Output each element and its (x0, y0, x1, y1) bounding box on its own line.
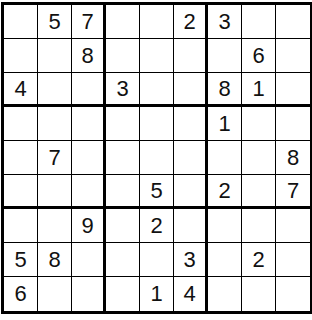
cell-r6c7[interactable]: 2 (208, 175, 242, 209)
cell-r6c4[interactable] (106, 175, 140, 209)
cell-r1c4[interactable] (106, 5, 140, 39)
cell-r7c4[interactable] (106, 209, 140, 243)
cell-r6c3[interactable] (72, 175, 106, 209)
cell-r1c1[interactable] (4, 5, 38, 39)
cell-r9c6[interactable]: 4 (174, 277, 208, 311)
cell-r1c3[interactable]: 7 (72, 5, 106, 39)
cell-r3c2[interactable] (38, 73, 72, 107)
cell-r2c7[interactable] (208, 39, 242, 73)
cell-r1c2[interactable]: 5 (38, 5, 72, 39)
cell-r4c8[interactable] (242, 107, 276, 141)
cell-r5c2[interactable]: 7 (38, 141, 72, 175)
cell-r7c9[interactable] (276, 209, 310, 243)
cell-r7c3[interactable]: 9 (72, 209, 106, 243)
cell-r2c5[interactable] (140, 39, 174, 73)
cell-r1c6[interactable]: 2 (174, 5, 208, 39)
cell-r5c1[interactable] (4, 141, 38, 175)
cell-r7c2[interactable] (38, 209, 72, 243)
cell-r5c3[interactable] (72, 141, 106, 175)
cell-r8c1[interactable]: 5 (4, 243, 38, 277)
cell-r3c4[interactable]: 3 (106, 73, 140, 107)
cell-r7c6[interactable] (174, 209, 208, 243)
cell-r6c9[interactable]: 7 (276, 175, 310, 209)
cell-r7c8[interactable] (242, 209, 276, 243)
cell-r2c9[interactable] (276, 39, 310, 73)
cell-r3c8[interactable]: 1 (242, 73, 276, 107)
cell-r4c7[interactable]: 1 (208, 107, 242, 141)
cell-r9c9[interactable] (276, 277, 310, 311)
cell-r8c9[interactable] (276, 243, 310, 277)
cell-r8c4[interactable] (106, 243, 140, 277)
sudoku-board: 5723864381178527925832614 (1, 2, 312, 314)
cell-r8c3[interactable] (72, 243, 106, 277)
cell-r2c1[interactable] (4, 39, 38, 73)
cell-r5c7[interactable] (208, 141, 242, 175)
cell-r9c1[interactable]: 6 (4, 277, 38, 311)
cell-r9c3[interactable] (72, 277, 106, 311)
cell-r2c8[interactable]: 6 (242, 39, 276, 73)
cell-r9c2[interactable] (38, 277, 72, 311)
cell-r6c6[interactable] (174, 175, 208, 209)
cell-r9c8[interactable] (242, 277, 276, 311)
cell-r7c7[interactable] (208, 209, 242, 243)
cell-r4c1[interactable] (4, 107, 38, 141)
cell-r4c6[interactable] (174, 107, 208, 141)
cell-r2c6[interactable] (174, 39, 208, 73)
cell-r3c5[interactable] (140, 73, 174, 107)
cell-r6c2[interactable] (38, 175, 72, 209)
cell-r9c7[interactable] (208, 277, 242, 311)
cell-r4c4[interactable] (106, 107, 140, 141)
cell-r3c3[interactable] (72, 73, 106, 107)
cell-r4c2[interactable] (38, 107, 72, 141)
cell-r6c1[interactable] (4, 175, 38, 209)
cell-r5c9[interactable]: 8 (276, 141, 310, 175)
cell-r3c1[interactable]: 4 (4, 73, 38, 107)
cell-r1c9[interactable] (276, 5, 310, 39)
cell-r6c8[interactable] (242, 175, 276, 209)
cell-r8c8[interactable]: 2 (242, 243, 276, 277)
cell-r3c7[interactable]: 8 (208, 73, 242, 107)
cell-r8c5[interactable] (140, 243, 174, 277)
cell-r8c6[interactable]: 3 (174, 243, 208, 277)
cell-r5c4[interactable] (106, 141, 140, 175)
cell-r1c7[interactable]: 3 (208, 5, 242, 39)
cell-r7c1[interactable] (4, 209, 38, 243)
cell-r1c8[interactable] (242, 5, 276, 39)
cell-r4c5[interactable] (140, 107, 174, 141)
cell-r1c5[interactable] (140, 5, 174, 39)
cell-r8c2[interactable]: 8 (38, 243, 72, 277)
cell-r8c7[interactable] (208, 243, 242, 277)
cell-r6c5[interactable]: 5 (140, 175, 174, 209)
cell-r4c3[interactable] (72, 107, 106, 141)
cell-r9c4[interactable] (106, 277, 140, 311)
cell-r4c9[interactable] (276, 107, 310, 141)
cell-r5c8[interactable] (242, 141, 276, 175)
cell-r3c9[interactable] (276, 73, 310, 107)
cell-r2c2[interactable] (38, 39, 72, 73)
cell-r3c6[interactable] (174, 73, 208, 107)
cell-r7c5[interactable]: 2 (140, 209, 174, 243)
cell-r5c6[interactable] (174, 141, 208, 175)
cell-r2c4[interactable] (106, 39, 140, 73)
cell-r5c5[interactable] (140, 141, 174, 175)
cell-r2c3[interactable]: 8 (72, 39, 106, 73)
cell-r9c5[interactable]: 1 (140, 277, 174, 311)
